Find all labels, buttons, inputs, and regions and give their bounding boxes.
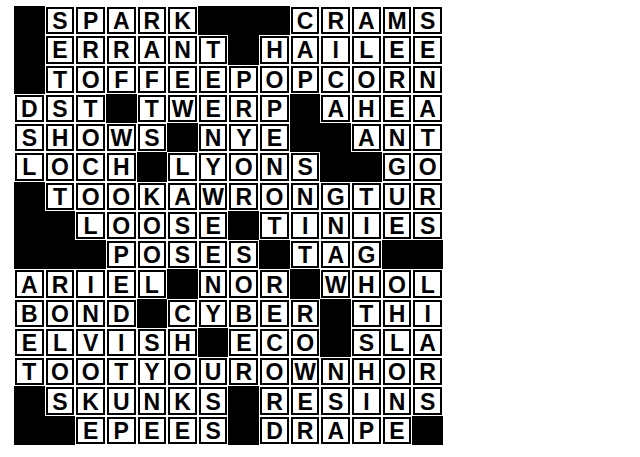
cell-r3c13[interactable]: R [383, 66, 412, 93]
cell-r6c8[interactable]: O [229, 153, 258, 180]
cell-r8c13[interactable]: E [383, 212, 412, 239]
cell-letter: T [84, 98, 98, 121]
cell-r12c2[interactable]: L [46, 329, 75, 356]
cell-letter: S [205, 420, 220, 443]
cell-r8c8 [228, 211, 259, 240]
cell-letter: O [143, 215, 161, 238]
cell-letter: P [267, 98, 282, 121]
cell-r7c2[interactable]: T [46, 183, 75, 210]
cell-letter: Y [205, 156, 220, 179]
cell-r3c2[interactable]: T [46, 66, 75, 93]
cell-r15c12[interactable]: P [352, 417, 381, 444]
cell-r4c10 [290, 94, 321, 123]
cell-letter: P [359, 420, 374, 443]
cell-r12c5[interactable]: S [138, 329, 167, 356]
cell-letter: E [205, 215, 220, 238]
cell-r5c5[interactable]: S [138, 124, 167, 151]
cell-letter: O [82, 186, 100, 209]
cell-r10c4[interactable]: E [107, 270, 136, 297]
cell-r3c3[interactable]: O [76, 66, 105, 93]
cell-r2c1 [14, 35, 45, 64]
cell-r15c3[interactable]: E [76, 417, 105, 444]
cell-r10c12[interactable]: H [352, 270, 381, 297]
cell-letter: T [267, 215, 281, 238]
cell-letter: E [83, 420, 98, 443]
cell-letter: N [419, 69, 436, 92]
cell-r9c8[interactable]: S [229, 241, 258, 268]
cell-r10c5[interactable]: L [138, 270, 167, 297]
cell-r13c11[interactable]: N [321, 358, 350, 385]
cell-r13c13[interactable]: O [383, 358, 412, 385]
cell-r3c7[interactable]: E [199, 66, 228, 93]
cell-r11c12[interactable]: T [352, 300, 381, 327]
cell-r1c5[interactable]: R [138, 7, 167, 34]
cell-r6c13[interactable]: G [383, 153, 412, 180]
cell-r8c7[interactable]: E [199, 212, 228, 239]
cell-r9c6[interactable]: S [168, 241, 197, 268]
cell-r8c4[interactable]: O [107, 212, 136, 239]
cell-r8c6[interactable]: S [168, 212, 197, 239]
cell-letter: B [21, 303, 38, 326]
cell-r15c6[interactable]: E [168, 417, 197, 444]
cell-letter: P [297, 69, 312, 92]
cell-letter: S [52, 98, 67, 121]
cell-letter: O [266, 69, 284, 92]
cell-r5c9[interactable]: E [260, 124, 289, 151]
cell-r3c5[interactable]: F [138, 66, 167, 93]
cell-letter: W [172, 98, 194, 121]
cell-r1c14[interactable]: S [413, 7, 442, 34]
cell-r14c4[interactable]: U [107, 387, 136, 414]
cell-letter: O [51, 361, 69, 384]
cell-r1c7 [198, 6, 229, 35]
cell-r9c14 [412, 240, 443, 269]
cell-letter: T [145, 98, 159, 121]
cell-r15c9[interactable]: D [260, 417, 289, 444]
cell-letter: E [236, 332, 251, 355]
cell-r12c10[interactable]: O [291, 329, 320, 356]
cell-r13c10[interactable]: W [291, 358, 320, 385]
cell-letter: A [327, 98, 344, 121]
cell-r12c1[interactable]: E [15, 329, 44, 356]
cell-r6c4[interactable]: H [107, 153, 136, 180]
cell-r2c8 [228, 35, 259, 64]
cell-letter: E [205, 244, 220, 267]
cell-r15c14 [412, 416, 443, 445]
cell-r8c12[interactable]: I [352, 212, 381, 239]
cell-letter: P [83, 10, 98, 33]
cell-r14c5[interactable]: N [138, 387, 167, 414]
cell-r5c10 [290, 123, 321, 152]
cell-letter: S [297, 156, 312, 179]
cell-r6c7[interactable]: Y [199, 153, 228, 180]
cell-r7c7[interactable]: W [199, 183, 228, 210]
cell-r13c8[interactable]: R [229, 358, 258, 385]
cell-r14c13[interactable]: N [383, 387, 412, 414]
cell-letter: G [357, 244, 375, 267]
cell-r15c8 [228, 416, 259, 445]
cell-letter: E [22, 332, 37, 355]
cell-r2c13[interactable]: E [383, 36, 412, 63]
cell-r4c6[interactable]: W [168, 95, 197, 122]
cell-r7c3[interactable]: O [76, 183, 105, 210]
cell-letter: A [21, 274, 38, 297]
cell-letter: H [358, 274, 375, 297]
cell-letter: N [82, 303, 99, 326]
cell-letter: E [420, 39, 435, 62]
cell-r15c5[interactable]: E [138, 417, 167, 444]
cell-r8c5[interactable]: O [138, 212, 167, 239]
cell-r13c3[interactable]: O [76, 358, 105, 385]
cell-letter: Y [144, 361, 159, 384]
cell-letter: L [359, 39, 373, 62]
cell-letter: R [419, 361, 436, 384]
cell-r12c9[interactable]: C [260, 329, 289, 356]
cell-r6c9[interactable]: N [260, 153, 289, 180]
cell-r14c7[interactable]: S [199, 387, 228, 414]
cell-r4c9[interactable]: P [260, 95, 289, 122]
cell-r11c13[interactable]: H [383, 300, 412, 327]
cell-r8c14[interactable]: S [413, 212, 442, 239]
cell-r13c6[interactable]: O [168, 358, 197, 385]
cell-letter: D [266, 420, 283, 443]
cell-letter: R [113, 39, 130, 62]
cell-r8c10[interactable]: I [291, 212, 320, 239]
cell-r11c2[interactable]: O [46, 300, 75, 327]
cell-letter: T [114, 361, 128, 384]
cell-letter: K [174, 10, 191, 33]
cell-letter: R [236, 361, 253, 384]
cell-r7c10[interactable]: N [291, 183, 320, 210]
cell-r11c5 [137, 299, 168, 328]
cell-r9c4[interactable]: P [107, 241, 136, 268]
cell-r15c11[interactable]: A [321, 417, 350, 444]
cell-r5c11 [320, 123, 351, 152]
cell-letter: N [205, 127, 222, 150]
cell-r10c11[interactable]: W [321, 270, 350, 297]
cell-r3c11[interactable]: C [321, 66, 350, 93]
cell-letter: N [327, 215, 344, 238]
cell-r7c9[interactable]: O [260, 183, 289, 210]
cell-r8c2 [45, 211, 76, 240]
cell-r6c12 [351, 152, 382, 181]
cell-r8c11[interactable]: N [321, 212, 350, 239]
cell-r6c6[interactable]: L [168, 153, 197, 180]
cell-r3c4[interactable]: F [107, 66, 136, 93]
cell-r2c4[interactable]: R [107, 36, 136, 63]
cell-r2c5[interactable]: A [138, 36, 167, 63]
cell-letter: K [82, 391, 99, 414]
cell-r4c4 [106, 94, 137, 123]
cell-r7c12[interactable]: T [352, 183, 381, 210]
cell-r10c14[interactable]: L [413, 270, 442, 297]
cell-r7c11[interactable]: G [321, 183, 350, 210]
cell-letter: O [266, 186, 284, 209]
cell-letter: S [236, 244, 251, 267]
cell-letter: K [144, 186, 161, 209]
cell-r6c5 [137, 152, 168, 181]
cell-r7c14[interactable]: R [413, 183, 442, 210]
cell-letter: B [236, 303, 253, 326]
cell-r10c3[interactable]: I [76, 270, 105, 297]
cell-r11c9[interactable]: E [260, 300, 289, 327]
cell-letter: F [114, 69, 128, 92]
cell-r1c11[interactable]: R [321, 7, 350, 34]
cell-letter: D [113, 303, 130, 326]
cell-r2c11[interactable]: I [321, 36, 350, 63]
cell-r10c7[interactable]: N [199, 270, 228, 297]
cell-r7c4[interactable]: O [107, 183, 136, 210]
cell-letter: L [22, 156, 36, 179]
cell-letter: Y [236, 127, 251, 150]
cell-r13c9[interactable]: O [260, 358, 289, 385]
cell-letter: V [83, 332, 98, 355]
cell-letter: R [144, 10, 161, 33]
cell-letter: A [174, 186, 191, 209]
cell-letter: S [420, 10, 435, 33]
cell-r11c8[interactable]: B [229, 300, 258, 327]
cell-r5c3[interactable]: O [76, 124, 105, 151]
cell-r1c10[interactable]: C [291, 7, 320, 34]
cell-letter: O [112, 186, 130, 209]
cell-letter: C [266, 332, 283, 355]
cell-r10c9[interactable]: R [260, 270, 289, 297]
cell-r1c6[interactable]: K [168, 7, 197, 34]
cell-r9c9 [259, 240, 290, 269]
cell-r10c2[interactable]: R [46, 270, 75, 297]
cell-letter: N [266, 156, 283, 179]
cell-letter: A [358, 127, 375, 150]
cell-r14c1 [14, 386, 45, 415]
cell-r6c1[interactable]: L [15, 153, 44, 180]
cell-r11c7[interactable]: Y [199, 300, 228, 327]
cell-letter: S [22, 127, 37, 150]
cell-r5c2[interactable]: H [46, 124, 75, 151]
cell-r4c12[interactable]: H [352, 95, 381, 122]
cell-r14c3[interactable]: K [76, 387, 105, 414]
cell-r11c1[interactable]: B [15, 300, 44, 327]
cell-r12c3[interactable]: V [76, 329, 105, 356]
cell-r9c3 [75, 240, 106, 269]
cell-r11c3[interactable]: N [76, 300, 105, 327]
cell-letter: E [389, 98, 404, 121]
cell-r2c9[interactable]: H [260, 36, 289, 63]
cell-r7c6[interactable]: A [168, 183, 197, 210]
cell-letter: O [174, 361, 192, 384]
cell-letter: L [175, 156, 189, 179]
cell-r13c1[interactable]: T [15, 358, 44, 385]
cell-r12c6[interactable]: H [168, 329, 197, 356]
cell-r11c14[interactable]: I [413, 300, 442, 327]
cell-r10c10 [290, 269, 321, 298]
cell-letter: T [359, 303, 373, 326]
cell-r5c14[interactable]: T [413, 124, 442, 151]
cell-r14c6[interactable]: K [168, 387, 197, 414]
cell-r15c1 [14, 416, 45, 445]
cell-r5c4[interactable]: W [107, 124, 136, 151]
cell-r6c2[interactable]: O [46, 153, 75, 180]
cell-r2c12[interactable]: L [352, 36, 381, 63]
cell-letter: O [82, 69, 100, 92]
cell-r7c8[interactable]: R [229, 183, 258, 210]
cell-r12c4[interactable]: I [107, 329, 136, 356]
cell-r13c5[interactable]: Y [138, 358, 167, 385]
cell-r6c10[interactable]: S [291, 153, 320, 180]
cell-r1c12[interactable]: A [352, 7, 381, 34]
cell-letter: E [389, 420, 404, 443]
cell-r10c8[interactable]: O [229, 270, 258, 297]
cell-letter: R [297, 303, 314, 326]
cell-letter: D [21, 98, 38, 121]
cell-r10c1[interactable]: A [15, 270, 44, 297]
cell-letter: A [327, 420, 344, 443]
cell-r7c5[interactable]: K [138, 183, 167, 210]
cell-letter: O [388, 274, 406, 297]
cell-r10c13[interactable]: O [383, 270, 412, 297]
cell-letter: R [82, 39, 99, 62]
cell-r6c3[interactable]: C [76, 153, 105, 180]
cell-r4c11[interactable]: A [321, 95, 350, 122]
cell-r12c12[interactable]: S [352, 329, 381, 356]
cell-r1c2[interactable]: S [46, 7, 75, 34]
cell-r13c7[interactable]: U [199, 358, 228, 385]
cell-r11c10[interactable]: R [291, 300, 320, 327]
cell-r12c13[interactable]: L [383, 329, 412, 356]
cell-r5c12[interactable]: A [352, 124, 381, 151]
cell-r6c11 [320, 152, 351, 181]
cell-letter: E [205, 98, 220, 121]
cell-letter: A [144, 39, 161, 62]
cell-letter: A [358, 10, 375, 33]
cell-letter: S [52, 391, 67, 414]
cell-letter: O [296, 332, 314, 355]
cell-letter: W [294, 361, 316, 384]
cell-letter: L [421, 274, 435, 297]
cell-r9c5[interactable]: O [138, 241, 167, 268]
cell-r4c14[interactable]: A [413, 95, 442, 122]
cell-letter: L [84, 215, 98, 238]
cell-r13c12[interactable]: H [352, 358, 381, 385]
cell-r12c8[interactable]: E [229, 329, 258, 356]
cell-r1c9 [259, 6, 290, 35]
cell-letter: T [206, 39, 220, 62]
cell-r5c7[interactable]: N [199, 124, 228, 151]
cell-r9c7[interactable]: E [199, 241, 228, 268]
cell-r1c4[interactable]: A [107, 7, 136, 34]
cell-r2c7[interactable]: T [199, 36, 228, 63]
cell-letter: T [298, 244, 312, 267]
cell-r11c4[interactable]: D [107, 300, 136, 327]
cell-r14c10[interactable]: E [291, 387, 320, 414]
cell-letter: S [420, 215, 435, 238]
cell-r8c3[interactable]: L [76, 212, 105, 239]
cell-letter: P [114, 244, 129, 267]
cell-r13c4[interactable]: T [107, 358, 136, 385]
cell-r14c14[interactable]: S [413, 387, 442, 414]
cell-r14c12[interactable]: I [352, 387, 381, 414]
cell-letter: T [53, 186, 67, 209]
cell-r13c14[interactable]: R [413, 358, 442, 385]
cell-r4c1[interactable]: D [15, 95, 44, 122]
cell-letter: R [266, 391, 283, 414]
cell-r14c11[interactable]: S [321, 387, 350, 414]
cell-letter: H [113, 156, 130, 179]
cell-letter: E [389, 39, 404, 62]
cell-letter: H [266, 39, 283, 62]
cell-r4c7[interactable]: E [199, 95, 228, 122]
cell-r14c9[interactable]: R [260, 387, 289, 414]
cell-letter: L [145, 274, 159, 297]
cell-letter: O [388, 361, 406, 384]
cell-r9c12[interactable]: G [352, 241, 381, 268]
cell-letter: E [389, 215, 404, 238]
cell-r6c14[interactable]: O [413, 153, 442, 180]
cell-r3c9[interactable]: O [260, 66, 289, 93]
cell-r5c1[interactable]: S [15, 124, 44, 151]
cell-r2c10[interactable]: A [291, 36, 320, 63]
cell-r2c14[interactable]: E [413, 36, 442, 63]
cell-r8c9[interactable]: T [260, 212, 289, 239]
cell-r7c13[interactable]: U [383, 183, 412, 210]
cell-r4c8[interactable]: R [229, 95, 258, 122]
cell-letter: N [205, 274, 222, 297]
cell-r4c2[interactable]: S [46, 95, 75, 122]
cell-r5c13[interactable]: N [383, 124, 412, 151]
cell-r3c6[interactable]: E [168, 66, 197, 93]
cell-r12c7 [198, 328, 229, 357]
cell-r4c3[interactable]: T [76, 95, 105, 122]
cell-r3c12[interactable]: O [352, 66, 381, 93]
cell-r3c8[interactable]: P [229, 66, 258, 93]
cell-r3c10[interactable]: P [291, 66, 320, 93]
cell-r15c4[interactable]: P [107, 417, 136, 444]
cell-r5c6 [167, 123, 198, 152]
cell-r9c10[interactable]: T [291, 241, 320, 268]
cell-r1c8 [228, 6, 259, 35]
cell-r9c13 [382, 240, 413, 269]
cell-letter: N [327, 361, 344, 384]
cell-letter: C [327, 69, 344, 92]
cell-r11c6[interactable]: C [168, 300, 197, 327]
cell-r4c13[interactable]: E [383, 95, 412, 122]
cell-r14c2[interactable]: S [46, 387, 75, 414]
cell-letter: O [82, 361, 100, 384]
cell-r15c7[interactable]: S [199, 417, 228, 444]
cell-r3c14[interactable]: N [413, 66, 442, 93]
cell-r2c2[interactable]: E [46, 36, 75, 63]
cell-letter: E [267, 127, 282, 150]
cell-letter: E [205, 69, 220, 92]
cell-letter: Y [205, 303, 220, 326]
cell-letter: R [297, 420, 314, 443]
cell-r2c6[interactable]: N [168, 36, 197, 63]
cell-r15c10[interactable]: R [291, 417, 320, 444]
cell-letter: N [389, 127, 406, 150]
cell-r12c14[interactable]: A [413, 329, 442, 356]
cell-r10c6 [167, 269, 198, 298]
cell-r9c11[interactable]: A [321, 241, 350, 268]
cell-r4c5[interactable]: T [138, 95, 167, 122]
cell-r2c3[interactable]: R [76, 36, 105, 63]
cell-letter: O [357, 69, 375, 92]
cell-r15c13[interactable]: E [383, 417, 412, 444]
cell-letter: O [82, 127, 100, 150]
cell-r1c3[interactable]: P [76, 7, 105, 34]
cell-r13c2[interactable]: O [46, 358, 75, 385]
cell-r5c8[interactable]: Y [229, 124, 258, 151]
cell-letter: I [87, 274, 93, 297]
cell-r1c13[interactable]: M [383, 7, 412, 34]
